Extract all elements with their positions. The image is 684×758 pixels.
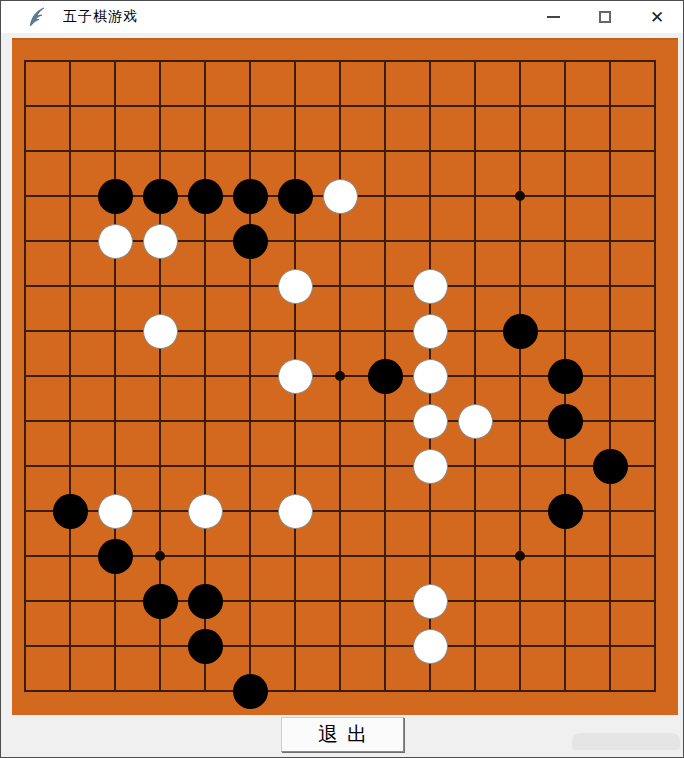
white-stone — [458, 404, 493, 439]
black-stone — [98, 539, 133, 574]
white-stone — [413, 404, 448, 439]
tk-feather-icon — [28, 7, 46, 27]
white-stone — [323, 179, 358, 214]
black-stone — [233, 179, 268, 214]
grid-line-horizontal — [24, 690, 656, 692]
black-stone — [503, 314, 538, 349]
white-stone — [413, 359, 448, 394]
window-title: 五子棋游戏 — [63, 8, 138, 26]
white-stone — [413, 629, 448, 664]
black-stone — [188, 629, 223, 664]
white-stone — [278, 359, 313, 394]
grid-line-vertical — [519, 60, 521, 692]
window-controls: ✕ — [527, 1, 683, 33]
black-stone — [548, 404, 583, 439]
star-point — [335, 371, 345, 381]
black-stone — [188, 179, 223, 214]
black-stone — [233, 224, 268, 259]
exit-button[interactable]: 退出 — [281, 717, 404, 752]
star-point — [155, 551, 165, 561]
grid-line-vertical — [474, 60, 476, 692]
white-stone — [413, 449, 448, 484]
white-stone — [278, 269, 313, 304]
black-stone — [368, 359, 403, 394]
black-stone — [593, 449, 628, 484]
grid-line-horizontal — [24, 600, 656, 602]
black-stone — [233, 674, 268, 709]
white-stone — [98, 224, 133, 259]
black-stone — [53, 494, 88, 529]
grid-line-vertical — [609, 60, 611, 692]
grid-line-vertical — [654, 60, 656, 692]
white-stone — [413, 314, 448, 349]
white-stone — [143, 224, 178, 259]
grid-line-horizontal — [24, 465, 656, 467]
star-point — [515, 551, 525, 561]
app-window: 五子棋游戏 ✕ 退出 — [0, 0, 684, 758]
black-stone — [188, 584, 223, 619]
star-point — [515, 191, 525, 201]
black-stone — [143, 584, 178, 619]
gomoku-board[interactable] — [12, 38, 678, 715]
white-stone — [413, 269, 448, 304]
white-stone — [188, 494, 223, 529]
black-stone — [143, 179, 178, 214]
title-bar: 五子棋游戏 ✕ — [1, 1, 683, 33]
white-stone — [278, 494, 313, 529]
grid-line-horizontal — [24, 645, 656, 647]
maximize-button[interactable] — [579, 1, 631, 33]
black-stone — [278, 179, 313, 214]
white-stone — [413, 584, 448, 619]
black-stone — [548, 359, 583, 394]
minimize-button[interactable] — [527, 1, 579, 33]
white-stone — [98, 494, 133, 529]
close-button[interactable]: ✕ — [631, 1, 683, 33]
white-stone — [143, 314, 178, 349]
watermark — [572, 733, 680, 750]
black-stone — [548, 494, 583, 529]
black-stone — [98, 179, 133, 214]
